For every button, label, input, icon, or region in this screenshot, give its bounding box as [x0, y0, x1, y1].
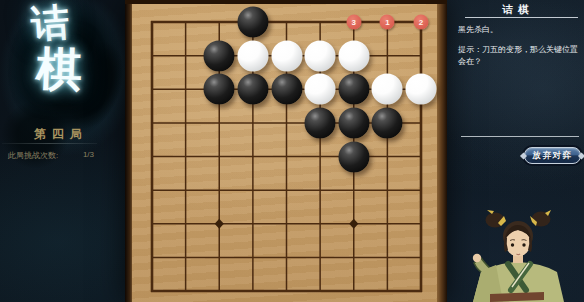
stone-black [204, 74, 235, 105]
stone-white [406, 74, 437, 105]
hint-text: 提示：刀五的变形，那么关键位置会在？ [458, 44, 581, 68]
attempts-label: 此局挑战次数: [8, 150, 58, 161]
move-marker-2: 2 [414, 15, 429, 30]
objective-text: 黑先杀白。 [458, 24, 581, 36]
go-board: 312 [125, 0, 447, 302]
stone-white [372, 74, 403, 105]
stone-black [204, 40, 235, 71]
star-point [215, 219, 224, 229]
star-point [349, 219, 358, 229]
stone-black [338, 107, 369, 138]
move-marker-1: 1 [380, 15, 395, 30]
puzzle-logo-char-2: 棋 [35, 45, 83, 93]
game-screen: 诘 棋 第四局 此局挑战次数: 1/3 312 诘棋 黑先杀白。 提示：刀五的变… [0, 0, 584, 302]
stone-black [237, 74, 268, 105]
puzzle-info-panel: 诘棋 黑先杀白。 提示：刀五的变形，那么关键位置会在？ 放弃对弈 [447, 0, 584, 302]
puzzle-logo-char-1: 诘 [30, 3, 71, 44]
stone-white [305, 40, 336, 71]
board-right-edge [437, 0, 447, 302]
attempts-counter: 此局挑战次数: 1/3 [8, 150, 94, 161]
stone-white [305, 74, 336, 105]
title-underline [465, 17, 578, 18]
round-label: 第四局 [0, 126, 116, 143]
stone-black [237, 7, 268, 38]
sidebar-divider [2, 143, 97, 144]
stone-black [271, 74, 302, 105]
give-up-button[interactable]: 放弃对弈 [524, 147, 581, 164]
stone-black [372, 107, 403, 138]
stone-white [271, 40, 302, 71]
npc-girl-character [454, 210, 584, 302]
panel-divider [461, 136, 579, 137]
panel-title: 诘棋 [447, 3, 584, 17]
move-marker-3: 3 [346, 15, 361, 30]
stone-black [338, 74, 369, 105]
board-left-edge [125, 0, 132, 302]
stone-white [338, 40, 369, 71]
stone-white [237, 40, 268, 71]
attempts-value: 1/3 [83, 150, 94, 161]
board-surface[interactable]: 312 [132, 4, 437, 302]
stone-black [305, 107, 336, 138]
stone-black [338, 141, 369, 172]
